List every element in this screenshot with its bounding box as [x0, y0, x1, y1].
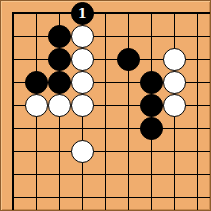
board-grid-line-horizontal [12, 36, 211, 37]
black-stone [140, 117, 163, 140]
move-number-label: 1 [78, 7, 87, 20]
board-grid-line-vertical [197, 12, 198, 211]
board-grid-line-horizontal [12, 128, 211, 129]
black-stone [140, 94, 163, 117]
black-stone [48, 48, 71, 71]
black-stone [48, 71, 71, 94]
black-stone [117, 48, 140, 71]
board-grid-line-horizontal [12, 12, 211, 14]
black-stone [25, 71, 48, 94]
white-stone [25, 94, 48, 117]
white-stone [163, 71, 186, 94]
white-stone [71, 71, 94, 94]
board-grid-line-vertical [128, 12, 129, 211]
white-stone [71, 94, 94, 117]
white-stone [71, 140, 94, 163]
board-grid-line-vertical [12, 12, 14, 211]
black-stone-move-1: 1 [71, 2, 94, 25]
board-grid-line-vertical [105, 12, 106, 211]
board-grid-line-horizontal [12, 197, 211, 198]
black-stone [140, 71, 163, 94]
white-stone [71, 25, 94, 48]
black-stone [48, 25, 71, 48]
go-board: 1 [0, 0, 211, 211]
white-stone [163, 48, 186, 71]
board-grid-line-horizontal [12, 174, 211, 175]
white-stone [48, 94, 71, 117]
board-grid-line-horizontal [12, 151, 211, 152]
white-stone [71, 48, 94, 71]
white-stone [163, 94, 186, 117]
